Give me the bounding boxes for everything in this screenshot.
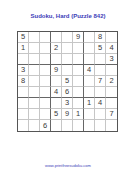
cell-r2c1: 1 — [18, 43, 29, 54]
cell-r6c3[interactable] — [40, 87, 51, 98]
cell-r7c6[interactable] — [73, 98, 84, 109]
cell-r3c2[interactable] — [29, 54, 40, 65]
cell-r4c8[interactable] — [95, 65, 106, 76]
cell-r5c6[interactable] — [73, 76, 84, 87]
cell-r1c5[interactable] — [62, 32, 73, 43]
cell-r3c9: 3 — [106, 54, 117, 65]
cell-r8c3[interactable] — [40, 109, 51, 120]
cell-r8c2[interactable] — [29, 109, 40, 120]
cell-r2c9: 4 — [106, 43, 117, 54]
cell-r9c5[interactable] — [62, 120, 73, 131]
cell-r8c8[interactable] — [95, 109, 106, 120]
cell-r6c6[interactable] — [73, 87, 84, 98]
cell-r3c7[interactable] — [84, 54, 95, 65]
cell-r5c3[interactable] — [40, 76, 51, 87]
cell-r7c5: 3 — [62, 98, 73, 109]
cell-r2c6[interactable] — [73, 43, 84, 54]
cell-r8c5: 9 — [62, 109, 73, 120]
cell-r6c5: 6 — [62, 87, 73, 98]
cell-r9c6[interactable] — [73, 120, 84, 131]
cell-r4c6[interactable] — [73, 65, 84, 76]
cell-r6c2[interactable] — [29, 87, 40, 98]
cell-r5c2[interactable] — [29, 76, 40, 87]
cell-r4c4: 9 — [51, 65, 62, 76]
cell-r5c7[interactable] — [84, 76, 95, 87]
cell-r1c9[interactable] — [106, 32, 117, 43]
cell-r1c4[interactable] — [51, 32, 62, 43]
cell-r6c4: 4 — [51, 87, 62, 98]
cell-r5c4[interactable] — [51, 76, 62, 87]
cell-r8c7[interactable] — [84, 109, 95, 120]
cell-r5c9: 2 — [106, 76, 117, 87]
cell-r4c9[interactable] — [106, 65, 117, 76]
cell-r6c7[interactable] — [84, 87, 95, 98]
cell-r3c4[interactable] — [51, 54, 62, 65]
cell-r9c8[interactable] — [95, 120, 106, 131]
cell-r2c3[interactable] — [40, 43, 51, 54]
cell-r7c4[interactable] — [51, 98, 62, 109]
cell-r8c9: 7 — [106, 109, 117, 120]
cell-r3c3[interactable] — [40, 54, 51, 65]
cell-r8c1[interactable] — [18, 109, 29, 120]
cell-r7c8: 4 — [95, 98, 106, 109]
cell-r8c4: 5 — [51, 109, 62, 120]
cell-r4c2[interactable] — [29, 65, 40, 76]
cell-r1c2[interactable] — [29, 32, 40, 43]
cell-r6c8[interactable] — [95, 87, 106, 98]
cell-r9c3: 6 — [40, 120, 51, 131]
cell-r1c1: 5 — [18, 32, 29, 43]
footer-url[interactable]: www.printfreesudoku.com — [0, 163, 136, 168]
cell-r7c1[interactable] — [18, 98, 29, 109]
page-title: Sudoku, Hard (Puzzle 842) — [0, 13, 136, 19]
cell-r7c3[interactable] — [40, 98, 51, 109]
cell-r9c7[interactable] — [84, 120, 95, 131]
cell-r2c7[interactable] — [84, 43, 95, 54]
cell-r1c6: 9 — [73, 32, 84, 43]
cell-r6c9[interactable] — [106, 87, 117, 98]
cell-r4c3[interactable] — [40, 65, 51, 76]
cell-r2c2[interactable] — [29, 43, 40, 54]
cell-r1c7[interactable] — [84, 32, 95, 43]
cell-r4c7: 4 — [84, 65, 95, 76]
cell-r1c8: 8 — [95, 32, 106, 43]
cell-r4c1: 3 — [18, 65, 29, 76]
cell-r8c6: 1 — [73, 109, 84, 120]
cell-r9c2[interactable] — [29, 120, 40, 131]
cell-r3c1[interactable] — [18, 54, 29, 65]
cell-r7c7: 1 — [84, 98, 95, 109]
cell-r5c5: 5 — [62, 76, 73, 87]
cell-r5c8: 7 — [95, 76, 106, 87]
cell-r6c1[interactable] — [18, 87, 29, 98]
cell-r3c8[interactable] — [95, 54, 106, 65]
sudoku-grid: 5981254339485724631459176 — [17, 31, 118, 132]
cell-r2c8: 5 — [95, 43, 106, 54]
cell-r3c6[interactable] — [73, 54, 84, 65]
cell-r4c5[interactable] — [62, 65, 73, 76]
cell-r7c9[interactable] — [106, 98, 117, 109]
cell-r9c4[interactable] — [51, 120, 62, 131]
cell-r3c5[interactable] — [62, 54, 73, 65]
cell-r1c3[interactable] — [40, 32, 51, 43]
cell-r5c1: 8 — [18, 76, 29, 87]
cell-r2c5[interactable] — [62, 43, 73, 54]
cell-r7c2[interactable] — [29, 98, 40, 109]
cell-r2c4: 2 — [51, 43, 62, 54]
cell-r9c9[interactable] — [106, 120, 117, 131]
cell-r9c1[interactable] — [18, 120, 29, 131]
